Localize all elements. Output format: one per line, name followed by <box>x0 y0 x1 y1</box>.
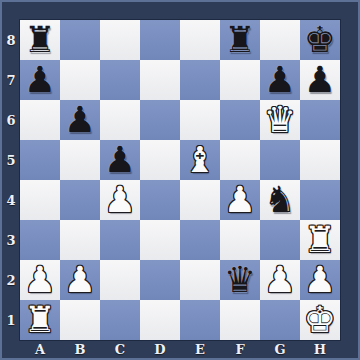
square-h6[interactable] <box>300 100 340 140</box>
piece-white-pawn-g2[interactable]: ♟ <box>260 260 300 300</box>
square-c3[interactable] <box>100 220 140 260</box>
square-e2[interactable] <box>180 260 220 300</box>
square-d3[interactable] <box>140 220 180 260</box>
square-h5[interactable] <box>300 140 340 180</box>
square-d4[interactable] <box>140 180 180 220</box>
piece-black-king-h8[interactable]: ♚ <box>300 20 340 60</box>
square-a5[interactable] <box>20 140 60 180</box>
square-g2[interactable]: ♟ <box>260 260 300 300</box>
square-c2[interactable] <box>100 260 140 300</box>
square-e6[interactable] <box>180 100 220 140</box>
rank-labels: 87654321 <box>2 20 20 340</box>
square-d1[interactable] <box>140 300 180 340</box>
square-b7[interactable] <box>60 60 100 100</box>
square-a1[interactable]: ♜ <box>20 300 60 340</box>
square-b6[interactable]: ♟ <box>60 100 100 140</box>
piece-white-rook-a1[interactable]: ♜ <box>20 300 60 340</box>
piece-black-knight-g4[interactable]: ♞ <box>260 180 300 220</box>
square-d5[interactable] <box>140 140 180 180</box>
square-b3[interactable] <box>60 220 100 260</box>
piece-white-pawn-a2[interactable]: ♟ <box>20 260 60 300</box>
square-a7[interactable]: ♟ <box>20 60 60 100</box>
square-h1[interactable]: ♚ <box>300 300 340 340</box>
piece-black-queen-f2[interactable]: ♛ <box>220 260 260 300</box>
square-c4[interactable]: ♟ <box>100 180 140 220</box>
piece-black-rook-a8[interactable]: ♜ <box>20 20 60 60</box>
square-e7[interactable] <box>180 60 220 100</box>
piece-black-rook-f8[interactable]: ♜ <box>220 20 260 60</box>
file-label-h: H <box>300 340 340 358</box>
piece-black-pawn-g7[interactable]: ♟ <box>260 60 300 100</box>
square-b8[interactable] <box>60 20 100 60</box>
square-d7[interactable] <box>140 60 180 100</box>
square-a6[interactable] <box>20 100 60 140</box>
piece-white-pawn-f4[interactable]: ♟ <box>220 180 260 220</box>
square-b4[interactable] <box>60 180 100 220</box>
square-h3[interactable]: ♜ <box>300 220 340 260</box>
square-g1[interactable] <box>260 300 300 340</box>
piece-white-pawn-h2[interactable]: ♟ <box>300 260 340 300</box>
file-label-b: B <box>60 340 100 358</box>
square-b5[interactable] <box>60 140 100 180</box>
piece-white-pawn-c4[interactable]: ♟ <box>100 180 140 220</box>
square-e8[interactable] <box>180 20 220 60</box>
file-label-a: A <box>20 340 60 358</box>
rank-label-1: 1 <box>2 300 20 340</box>
square-f6[interactable] <box>220 100 260 140</box>
square-f4[interactable]: ♟ <box>220 180 260 220</box>
file-label-f: F <box>220 340 260 358</box>
square-f7[interactable] <box>220 60 260 100</box>
square-c5[interactable]: ♟ <box>100 140 140 180</box>
square-a4[interactable] <box>20 180 60 220</box>
square-f5[interactable] <box>220 140 260 180</box>
square-b2[interactable]: ♟ <box>60 260 100 300</box>
square-g7[interactable]: ♟ <box>260 60 300 100</box>
square-e3[interactable] <box>180 220 220 260</box>
rank-label-4: 4 <box>2 180 20 220</box>
square-g6[interactable]: ♛ <box>260 100 300 140</box>
square-h4[interactable] <box>300 180 340 220</box>
square-g4[interactable]: ♞ <box>260 180 300 220</box>
piece-white-pawn-b2[interactable]: ♟ <box>60 260 100 300</box>
square-a3[interactable] <box>20 220 60 260</box>
square-h2[interactable]: ♟ <box>300 260 340 300</box>
file-label-g: G <box>260 340 300 358</box>
rank-label-2: 2 <box>2 260 20 300</box>
square-a8[interactable]: ♜ <box>20 20 60 60</box>
rank-label-7: 7 <box>2 60 20 100</box>
piece-white-rook-h3[interactable]: ♜ <box>300 220 340 260</box>
square-f2[interactable]: ♛ <box>220 260 260 300</box>
piece-white-king-h1[interactable]: ♚ <box>300 300 340 340</box>
rank-label-3: 3 <box>2 220 20 260</box>
chess-board: ♜♜♚♟♟♟♟♛♟♝♟♟♞♜♟♟♛♟♟♜♚ <box>20 20 340 340</box>
square-d6[interactable] <box>140 100 180 140</box>
file-label-c: C <box>100 340 140 358</box>
rank-label-5: 5 <box>2 140 20 180</box>
file-label-d: D <box>140 340 180 358</box>
piece-black-pawn-h7[interactable]: ♟ <box>300 60 340 100</box>
square-b1[interactable] <box>60 300 100 340</box>
square-c7[interactable] <box>100 60 140 100</box>
square-g8[interactable] <box>260 20 300 60</box>
square-f8[interactable]: ♜ <box>220 20 260 60</box>
file-label-e: E <box>180 340 220 358</box>
square-e5[interactable]: ♝ <box>180 140 220 180</box>
square-g5[interactable] <box>260 140 300 180</box>
square-c6[interactable] <box>100 100 140 140</box>
square-h7[interactable]: ♟ <box>300 60 340 100</box>
file-labels: ABCDEFGH <box>20 340 340 358</box>
square-c1[interactable] <box>100 300 140 340</box>
square-d2[interactable] <box>140 260 180 300</box>
chess-board-frame: 87654321 ABCDEFGH ♜♜♚♟♟♟♟♛♟♝♟♟♞♜♟♟♛♟♟♜♚ <box>0 0 360 360</box>
square-c8[interactable] <box>100 20 140 60</box>
square-g3[interactable] <box>260 220 300 260</box>
rank-label-8: 8 <box>2 20 20 60</box>
square-f1[interactable] <box>220 300 260 340</box>
rank-label-6: 6 <box>2 100 20 140</box>
square-e4[interactable] <box>180 180 220 220</box>
piece-white-bishop-e5[interactable]: ♝ <box>180 140 220 180</box>
square-h8[interactable]: ♚ <box>300 20 340 60</box>
square-e1[interactable] <box>180 300 220 340</box>
piece-black-pawn-a7[interactable]: ♟ <box>20 60 60 100</box>
piece-black-pawn-c5[interactable]: ♟ <box>100 140 140 180</box>
piece-black-pawn-b6[interactable]: ♟ <box>60 100 100 140</box>
square-a2[interactable]: ♟ <box>20 260 60 300</box>
square-f3[interactable] <box>220 220 260 260</box>
square-d8[interactable] <box>140 20 180 60</box>
piece-white-queen-g6[interactable]: ♛ <box>260 100 300 140</box>
